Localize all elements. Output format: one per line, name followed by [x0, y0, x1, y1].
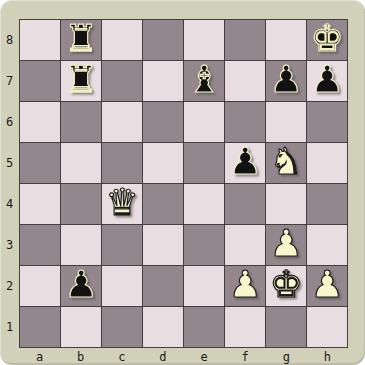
square-b7[interactable]: ♜ [61, 61, 101, 101]
square-c7[interactable] [102, 61, 142, 101]
square-g4[interactable] [266, 184, 306, 224]
file-label-b: b [60, 348, 101, 365]
square-e3[interactable] [184, 225, 224, 265]
square-h8[interactable]: ♚ [307, 20, 347, 60]
square-f6[interactable] [225, 102, 265, 142]
square-f4[interactable] [225, 184, 265, 224]
square-a4[interactable] [20, 184, 60, 224]
square-d8[interactable] [143, 20, 183, 60]
piece-white-king-g2[interactable]: ♚ [269, 266, 302, 303]
square-c3[interactable] [102, 225, 142, 265]
square-b4[interactable] [61, 184, 101, 224]
square-a8[interactable] [20, 20, 60, 60]
square-g2[interactable]: ♚ [266, 266, 306, 306]
square-f3[interactable] [225, 225, 265, 265]
square-e1[interactable] [184, 307, 224, 347]
square-g7[interactable]: ♟ [266, 61, 306, 101]
square-g3[interactable]: ♟ [266, 225, 306, 265]
square-h3[interactable] [307, 225, 347, 265]
square-e4[interactable] [184, 184, 224, 224]
rank-labels: 87654321 [0, 19, 19, 348]
rank-label-8: 8 [0, 19, 19, 60]
square-c5[interactable] [102, 143, 142, 183]
square-d7[interactable] [143, 61, 183, 101]
square-b6[interactable] [61, 102, 101, 142]
file-label-a: a [19, 348, 60, 365]
piece-white-pawn-g3[interactable]: ♟ [269, 225, 302, 262]
square-a2[interactable] [20, 266, 60, 306]
square-a3[interactable] [20, 225, 60, 265]
piece-black-rook-b8[interactable]: ♜ [64, 20, 97, 57]
piece-black-pawn-b2[interactable]: ♟ [64, 266, 97, 303]
square-c1[interactable] [102, 307, 142, 347]
square-g1[interactable] [266, 307, 306, 347]
square-h1[interactable] [307, 307, 347, 347]
square-a6[interactable] [20, 102, 60, 142]
piece-black-bishop-e7[interactable]: ♝ [187, 61, 220, 98]
square-b1[interactable] [61, 307, 101, 347]
square-d3[interactable] [143, 225, 183, 265]
square-e7[interactable]: ♝ [184, 61, 224, 101]
square-h5[interactable] [307, 143, 347, 183]
square-d6[interactable] [143, 102, 183, 142]
rank-label-7: 7 [0, 60, 19, 101]
square-e5[interactable] [184, 143, 224, 183]
square-b3[interactable] [61, 225, 101, 265]
square-d5[interactable] [143, 143, 183, 183]
file-label-h: h [307, 348, 348, 365]
square-f2[interactable]: ♟ [225, 266, 265, 306]
piece-black-king-h8[interactable]: ♚ [310, 20, 343, 57]
piece-black-rook-b7[interactable]: ♜ [64, 61, 97, 98]
square-d4[interactable] [143, 184, 183, 224]
rank-label-1: 1 [0, 307, 19, 348]
square-f8[interactable] [225, 20, 265, 60]
square-g8[interactable] [266, 20, 306, 60]
piece-white-pawn-h2[interactable]: ♟ [310, 266, 343, 303]
rank-label-5: 5 [0, 142, 19, 183]
square-g6[interactable] [266, 102, 306, 142]
file-label-e: e [184, 348, 225, 365]
square-b5[interactable] [61, 143, 101, 183]
square-c6[interactable] [102, 102, 142, 142]
square-c8[interactable] [102, 20, 142, 60]
piece-white-queen-c4[interactable]: ♛ [105, 184, 138, 221]
square-c4[interactable]: ♛ [102, 184, 142, 224]
rank-label-2: 2 [0, 266, 19, 307]
square-h4[interactable] [307, 184, 347, 224]
rank-label-6: 6 [0, 101, 19, 142]
square-b2[interactable]: ♟ [61, 266, 101, 306]
rank-label-3: 3 [0, 225, 19, 266]
square-a7[interactable] [20, 61, 60, 101]
square-d1[interactable] [143, 307, 183, 347]
chess-board: ♜♚♜♝♟♟♟♞♛♟♟♟♚♟ [19, 19, 348, 348]
file-label-d: d [142, 348, 183, 365]
rank-label-4: 4 [0, 184, 19, 225]
square-g5[interactable]: ♞ [266, 143, 306, 183]
square-f7[interactable] [225, 61, 265, 101]
square-h6[interactable] [307, 102, 347, 142]
square-f1[interactable] [225, 307, 265, 347]
square-h2[interactable]: ♟ [307, 266, 347, 306]
square-c2[interactable] [102, 266, 142, 306]
piece-white-pawn-f2[interactable]: ♟ [228, 266, 261, 303]
file-label-g: g [266, 348, 307, 365]
piece-black-pawn-h7[interactable]: ♟ [310, 61, 343, 98]
square-e8[interactable] [184, 20, 224, 60]
square-a5[interactable] [20, 143, 60, 183]
file-label-f: f [225, 348, 266, 365]
square-f5[interactable]: ♟ [225, 143, 265, 183]
square-h7[interactable]: ♟ [307, 61, 347, 101]
square-d2[interactable] [143, 266, 183, 306]
file-labels: abcdefgh [19, 348, 348, 365]
board-frame: 87654321 ♜♚♜♝♟♟♟♞♛♟♟♟♚♟ abcdefgh [0, 0, 365, 365]
piece-black-pawn-g7[interactable]: ♟ [269, 61, 302, 98]
piece-black-pawn-f5[interactable]: ♟ [228, 143, 261, 180]
square-a1[interactable] [20, 307, 60, 347]
square-e6[interactable] [184, 102, 224, 142]
piece-white-knight-g5[interactable]: ♞ [269, 143, 302, 180]
square-e2[interactable] [184, 266, 224, 306]
file-label-c: c [101, 348, 142, 365]
square-b8[interactable]: ♜ [61, 20, 101, 60]
